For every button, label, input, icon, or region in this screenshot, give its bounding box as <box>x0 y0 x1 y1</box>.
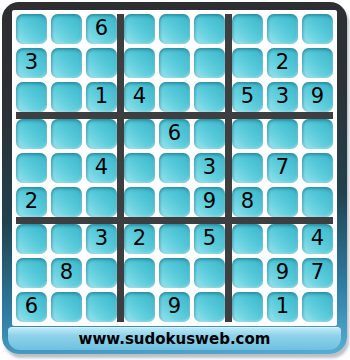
cell-r2c5[interactable] <box>159 48 190 78</box>
box-9: 4971 <box>232 224 333 322</box>
cell-digit: 6 <box>25 296 38 317</box>
cell-r2c9[interactable] <box>302 48 333 78</box>
cell-r2c7[interactable] <box>232 48 263 78</box>
cell-r6c7[interactable]: 8 <box>232 187 263 217</box>
cell-r8c2[interactable]: 8 <box>51 258 82 288</box>
cell-r9c2[interactable] <box>51 292 82 322</box>
box-7: 386 <box>16 224 117 322</box>
board-frame: 6314253942639783862594971 www.sudokusweb… <box>2 2 347 354</box>
cell-r6c5[interactable] <box>159 187 190 217</box>
cell-r1c2[interactable] <box>51 14 82 44</box>
cell-r1c5[interactable] <box>159 14 190 44</box>
cell-r9c9[interactable] <box>302 292 333 322</box>
cell-digit: 2 <box>25 191 38 212</box>
box-2: 4 <box>124 14 225 112</box>
cell-r3c1[interactable] <box>16 82 47 112</box>
cell-r2c1[interactable]: 3 <box>16 48 47 78</box>
box-3: 2539 <box>232 14 333 112</box>
cell-r8c5[interactable] <box>159 258 190 288</box>
cell-digit: 1 <box>95 86 108 107</box>
cell-r2c3[interactable] <box>86 48 117 78</box>
cell-r3c7[interactable]: 5 <box>232 82 263 112</box>
box-1: 631 <box>16 14 117 112</box>
cell-r1c4[interactable] <box>124 14 155 44</box>
cell-r5c5[interactable] <box>159 153 190 183</box>
cell-digit: 8 <box>60 262 73 283</box>
cell-r7c7[interactable] <box>232 224 263 254</box>
cell-r3c6[interactable] <box>194 82 225 112</box>
cell-r3c4[interactable]: 4 <box>124 82 155 112</box>
cell-r6c9[interactable] <box>302 187 333 217</box>
box-4: 42 <box>16 119 117 217</box>
cell-r9c4[interactable] <box>124 292 155 322</box>
cell-r3c2[interactable] <box>51 82 82 112</box>
cell-r7c9[interactable]: 4 <box>302 224 333 254</box>
cell-r5c4[interactable] <box>124 153 155 183</box>
cell-r5c7[interactable] <box>232 153 263 183</box>
cell-r5c9[interactable] <box>302 153 333 183</box>
cell-digit: 9 <box>311 86 324 107</box>
cell-r6c4[interactable] <box>124 187 155 217</box>
cell-r2c6[interactable] <box>194 48 225 78</box>
cell-r4c2[interactable] <box>51 119 82 149</box>
cell-digit: 8 <box>241 191 254 212</box>
cell-digit: 3 <box>25 52 38 73</box>
cell-digit: 5 <box>241 86 254 107</box>
cell-digit: 3 <box>203 157 216 178</box>
cell-r6c3[interactable] <box>86 187 117 217</box>
cell-digit: 2 <box>133 228 146 249</box>
cell-digit: 6 <box>168 123 181 144</box>
cell-r1c1[interactable] <box>16 14 47 44</box>
cell-digit: 7 <box>311 262 324 283</box>
cell-r4c8[interactable] <box>267 119 298 149</box>
cell-digit: 1 <box>276 296 289 317</box>
cell-r6c6[interactable]: 9 <box>194 187 225 217</box>
cell-r6c1[interactable]: 2 <box>16 187 47 217</box>
sudoku-board: 6314253942639783862594971 www.sudokusweb… <box>0 0 350 360</box>
cell-digit: 2 <box>276 52 289 73</box>
footer-band: www.sudokusweb.com <box>8 327 341 350</box>
cell-r8c3[interactable] <box>86 258 117 288</box>
cell-r1c3[interactable]: 6 <box>86 14 117 44</box>
cell-r3c3[interactable]: 1 <box>86 82 117 112</box>
cell-digit: 9 <box>203 191 216 212</box>
cell-digit: 3 <box>95 228 108 249</box>
cell-r8c1[interactable] <box>16 258 47 288</box>
cell-r4c6[interactable] <box>194 119 225 149</box>
cell-r4c9[interactable] <box>302 119 333 149</box>
cell-digit: 9 <box>168 296 181 317</box>
website-link[interactable]: www.sudokusweb.com <box>79 330 271 348</box>
cell-r1c6[interactable] <box>194 14 225 44</box>
cell-digit: 4 <box>95 157 108 178</box>
cell-r1c8[interactable] <box>267 14 298 44</box>
cell-r8c9[interactable]: 7 <box>302 258 333 288</box>
cell-r1c7[interactable] <box>232 14 263 44</box>
cell-r7c3[interactable]: 3 <box>86 224 117 254</box>
box-5: 639 <box>124 119 225 217</box>
cell-r4c5[interactable]: 6 <box>159 119 190 149</box>
cell-r9c1[interactable]: 6 <box>16 292 47 322</box>
cell-r1c9[interactable] <box>302 14 333 44</box>
cell-digit: 7 <box>276 157 289 178</box>
cell-r7c6[interactable]: 5 <box>194 224 225 254</box>
cell-r7c1[interactable] <box>16 224 47 254</box>
sudoku-grid: 6314253942639783862594971 <box>16 14 333 322</box>
cell-r7c5[interactable] <box>159 224 190 254</box>
cell-r4c1[interactable] <box>16 119 47 149</box>
cell-r9c8[interactable]: 1 <box>267 292 298 322</box>
cell-r5c3[interactable]: 4 <box>86 153 117 183</box>
cell-r7c2[interactable] <box>51 224 82 254</box>
box-8: 259 <box>124 224 225 322</box>
cell-digit: 4 <box>311 228 324 249</box>
cell-r6c2[interactable] <box>51 187 82 217</box>
cell-digit: 9 <box>276 262 289 283</box>
cell-r8c8[interactable]: 9 <box>267 258 298 288</box>
cell-r2c8[interactable]: 2 <box>267 48 298 78</box>
cell-r8c6[interactable] <box>194 258 225 288</box>
cell-r7c4[interactable]: 2 <box>124 224 155 254</box>
cell-r4c7[interactable] <box>232 119 263 149</box>
cell-digit: 4 <box>133 86 146 107</box>
cell-r5c8[interactable]: 7 <box>267 153 298 183</box>
cell-r3c9[interactable]: 9 <box>302 82 333 112</box>
cell-r8c7[interactable] <box>232 258 263 288</box>
cell-r7c8[interactable] <box>267 224 298 254</box>
cell-r9c5[interactable]: 9 <box>159 292 190 322</box>
cell-r5c6[interactable]: 3 <box>194 153 225 183</box>
cell-r9c7[interactable] <box>232 292 263 322</box>
cell-r5c1[interactable] <box>16 153 47 183</box>
box-6: 78 <box>232 119 333 217</box>
cell-r8c4[interactable] <box>124 258 155 288</box>
cell-digit: 5 <box>203 228 216 249</box>
cell-r2c4[interactable] <box>124 48 155 78</box>
cell-r3c8[interactable]: 3 <box>267 82 298 112</box>
cell-r5c2[interactable] <box>51 153 82 183</box>
cell-r4c4[interactable] <box>124 119 155 149</box>
cell-digit: 6 <box>95 18 108 39</box>
cell-digit: 3 <box>276 86 289 107</box>
cell-r4c3[interactable] <box>86 119 117 149</box>
cell-r2c2[interactable] <box>51 48 82 78</box>
cell-r9c3[interactable] <box>86 292 117 322</box>
grid-panel: 6314253942639783862594971 <box>12 10 337 326</box>
cell-r3c5[interactable] <box>159 82 190 112</box>
cell-r6c8[interactable] <box>267 187 298 217</box>
cell-r9c6[interactable] <box>194 292 225 322</box>
